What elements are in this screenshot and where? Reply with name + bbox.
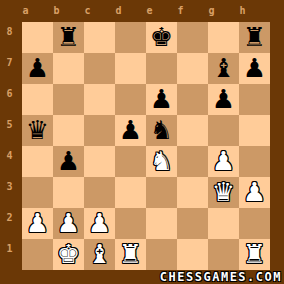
square-f5 <box>177 115 208 146</box>
file-label-a: a <box>10 4 41 18</box>
file-label-b: b <box>41 4 72 18</box>
square-c6 <box>84 84 115 115</box>
square-f8 <box>177 22 208 53</box>
black-queen: ♛ <box>26 115 49 146</box>
square-a8 <box>22 22 53 53</box>
square-b7 <box>53 53 84 84</box>
black-pawn: ♟ <box>212 84 235 115</box>
square-a3 <box>22 177 53 208</box>
square-g7: ♝ <box>208 53 239 84</box>
square-b4: ♟ <box>53 146 84 177</box>
black-rook: ♜ <box>243 22 266 53</box>
square-g1 <box>208 239 239 270</box>
square-b1: ♚ <box>53 239 84 270</box>
black-pawn: ♟ <box>150 84 173 115</box>
square-g8 <box>208 22 239 53</box>
file-label-c: c <box>72 4 103 18</box>
rank-label-1: 1 <box>0 242 19 256</box>
site-watermark: CHESSGAMES.COM <box>160 270 282 284</box>
square-e7 <box>146 53 177 84</box>
white-pawn: ♟ <box>26 208 49 239</box>
square-e6: ♟ <box>146 84 177 115</box>
square-d6 <box>115 84 146 115</box>
square-h6 <box>239 84 270 115</box>
square-e8: ♚ <box>146 22 177 53</box>
square-h1: ♜ <box>239 239 270 270</box>
square-h2 <box>239 208 270 239</box>
square-a7: ♟ <box>22 53 53 84</box>
black-pawn: ♟ <box>57 146 80 177</box>
white-bishop: ♝ <box>88 239 111 270</box>
square-g6: ♟ <box>208 84 239 115</box>
square-a1 <box>22 239 53 270</box>
square-h7: ♟ <box>239 53 270 84</box>
white-queen: ♛ <box>212 177 235 208</box>
square-e5: ♞ <box>146 115 177 146</box>
rank-label-4: 4 <box>0 149 19 163</box>
square-d7 <box>115 53 146 84</box>
square-e1 <box>146 239 177 270</box>
square-d1: ♜ <box>115 239 146 270</box>
white-rook: ♜ <box>119 239 142 270</box>
square-f7 <box>177 53 208 84</box>
square-a2: ♟ <box>22 208 53 239</box>
square-b8: ♜ <box>53 22 84 53</box>
square-c8 <box>84 22 115 53</box>
square-a6 <box>22 84 53 115</box>
white-king: ♚ <box>57 239 80 270</box>
black-king: ♚ <box>150 22 173 53</box>
white-pawn: ♟ <box>88 208 111 239</box>
square-e2 <box>146 208 177 239</box>
square-g3: ♛ <box>208 177 239 208</box>
black-bishop: ♝ <box>212 53 235 84</box>
square-a5: ♛ <box>22 115 53 146</box>
square-e3 <box>146 177 177 208</box>
square-f1 <box>177 239 208 270</box>
square-h3: ♟ <box>239 177 270 208</box>
square-c3 <box>84 177 115 208</box>
square-c7 <box>84 53 115 84</box>
square-b2: ♟ <box>53 208 84 239</box>
square-b5 <box>53 115 84 146</box>
black-pawn: ♟ <box>26 53 49 84</box>
rank-label-3: 3 <box>0 180 19 194</box>
white-pawn: ♟ <box>243 177 266 208</box>
square-c1: ♝ <box>84 239 115 270</box>
black-knight: ♞ <box>150 115 173 146</box>
square-f3 <box>177 177 208 208</box>
chess-board-frame: abcdefgh 87654321 ♜♚♜♟♝♟♟♟♛♟♞♟♞♟♛♟♟♟♟♚♝♜… <box>0 0 284 284</box>
file-label-h: h <box>227 4 258 18</box>
square-c2: ♟ <box>84 208 115 239</box>
square-d4 <box>115 146 146 177</box>
square-d3 <box>115 177 146 208</box>
file-label-e: e <box>134 4 165 18</box>
square-b6 <box>53 84 84 115</box>
square-h4 <box>239 146 270 177</box>
square-f4 <box>177 146 208 177</box>
white-pawn: ♟ <box>212 146 235 177</box>
square-f6 <box>177 84 208 115</box>
square-c5 <box>84 115 115 146</box>
square-g2 <box>208 208 239 239</box>
square-g4: ♟ <box>208 146 239 177</box>
black-pawn: ♟ <box>119 115 142 146</box>
square-a4 <box>22 146 53 177</box>
square-b3 <box>53 177 84 208</box>
black-pawn: ♟ <box>243 53 266 84</box>
rank-label-8: 8 <box>0 25 19 39</box>
white-knight: ♞ <box>150 146 173 177</box>
rank-label-2: 2 <box>0 211 19 225</box>
rank-label-6: 6 <box>0 87 19 101</box>
square-d2 <box>115 208 146 239</box>
file-label-f: f <box>165 4 196 18</box>
square-e4: ♞ <box>146 146 177 177</box>
white-rook: ♜ <box>243 239 266 270</box>
rank-label-7: 7 <box>0 56 19 70</box>
square-g5 <box>208 115 239 146</box>
file-label-d: d <box>103 4 134 18</box>
square-h8: ♜ <box>239 22 270 53</box>
square-f2 <box>177 208 208 239</box>
chess-board: ♜♚♜♟♝♟♟♟♛♟♞♟♞♟♛♟♟♟♟♚♝♜♜ <box>22 22 270 270</box>
black-rook: ♜ <box>57 22 80 53</box>
square-h5 <box>239 115 270 146</box>
square-d5: ♟ <box>115 115 146 146</box>
square-d8 <box>115 22 146 53</box>
white-pawn: ♟ <box>57 208 80 239</box>
file-label-g: g <box>196 4 227 18</box>
rank-label-5: 5 <box>0 118 19 132</box>
square-c4 <box>84 146 115 177</box>
